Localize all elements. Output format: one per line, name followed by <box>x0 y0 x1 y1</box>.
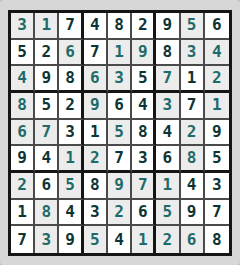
sudoku-cell-r4c8[interactable]: 7 <box>181 93 205 120</box>
sudoku-cell-r7c7[interactable]: 1 <box>156 173 180 200</box>
sudoku-cell-r6c3[interactable]: 1 <box>59 146 83 173</box>
sudoku-cell-r6c2[interactable]: 4 <box>35 146 59 173</box>
sudoku-cell-r5c9[interactable]: 9 <box>205 120 229 147</box>
sudoku-cell-r9c8[interactable]: 6 <box>181 226 205 253</box>
sudoku-cell-r8c2[interactable]: 8 <box>35 200 59 227</box>
sudoku-cell-r9c1[interactable]: 7 <box>11 226 35 253</box>
sudoku-cell-r1c9[interactable]: 6 <box>205 13 229 40</box>
sudoku-cell-r9c5[interactable]: 4 <box>108 226 132 253</box>
sudoku-cell-r8c4[interactable]: 3 <box>84 200 108 227</box>
sudoku-cell-r2c1[interactable]: 5 <box>11 40 35 67</box>
sudoku-cell-r5c8[interactable]: 2 <box>181 120 205 147</box>
sudoku-cell-r6c7[interactable]: 6 <box>156 146 180 173</box>
sudoku-cell-r6c4[interactable]: 2 <box>84 146 108 173</box>
sudoku-cell-r1c3[interactable]: 7 <box>59 13 83 40</box>
sudoku-cell-r3c6[interactable]: 5 <box>132 66 156 93</box>
sudoku-cell-r1c1[interactable]: 3 <box>11 13 35 40</box>
sudoku-cell-r3c8[interactable]: 1 <box>181 66 205 93</box>
sudoku-cell-r6c6[interactable]: 3 <box>132 146 156 173</box>
sudoku-cell-r1c2[interactable]: 1 <box>35 13 59 40</box>
sudoku-cell-r9c3[interactable]: 9 <box>59 226 83 253</box>
sudoku-cell-r1c7[interactable]: 9 <box>156 13 180 40</box>
sudoku-cell-r7c2[interactable]: 6 <box>35 173 59 200</box>
sudoku-cell-r2c8[interactable]: 3 <box>181 40 205 67</box>
sudoku-cell-r1c8[interactable]: 5 <box>181 13 205 40</box>
sudoku-cell-r5c2[interactable]: 7 <box>35 120 59 147</box>
sudoku-cell-r4c2[interactable]: 5 <box>35 93 59 120</box>
sudoku-cell-r5c5[interactable]: 5 <box>108 120 132 147</box>
sudoku-cell-r5c7[interactable]: 4 <box>156 120 180 147</box>
sudoku-cell-r9c9[interactable]: 8 <box>205 226 229 253</box>
sudoku-cell-r6c8[interactable]: 8 <box>181 146 205 173</box>
sudoku-cell-r2c9[interactable]: 4 <box>205 40 229 67</box>
sudoku-cell-r3c3[interactable]: 8 <box>59 66 83 93</box>
sudoku-cell-r6c9[interactable]: 5 <box>205 146 229 173</box>
sudoku-cell-r4c7[interactable]: 3 <box>156 93 180 120</box>
sudoku-cell-r4c1[interactable]: 8 <box>11 93 35 120</box>
sudoku-cell-r8c7[interactable]: 5 <box>156 200 180 227</box>
sudoku-cell-r8c9[interactable]: 7 <box>205 200 229 227</box>
sudoku-cell-r2c6[interactable]: 9 <box>132 40 156 67</box>
sudoku-cell-r4c4[interactable]: 9 <box>84 93 108 120</box>
sudoku-cell-r1c4[interactable]: 4 <box>84 13 108 40</box>
sudoku-cell-r8c1[interactable]: 1 <box>11 200 35 227</box>
sudoku-cell-r4c5[interactable]: 6 <box>108 93 132 120</box>
sudoku-cell-r3c2[interactable]: 9 <box>35 66 59 93</box>
sudoku-cell-r7c9[interactable]: 3 <box>205 173 229 200</box>
sudoku-cell-r6c1[interactable]: 9 <box>11 146 35 173</box>
sudoku-cell-r8c8[interactable]: 9 <box>181 200 205 227</box>
sudoku-cell-r2c3[interactable]: 6 <box>59 40 83 67</box>
sudoku-cell-r2c2[interactable]: 2 <box>35 40 59 67</box>
sudoku-cell-r5c1[interactable]: 6 <box>11 120 35 147</box>
sudoku-cell-r7c3[interactable]: 5 <box>59 173 83 200</box>
sudoku-cell-r2c4[interactable]: 7 <box>84 40 108 67</box>
sudoku-cell-r9c2[interactable]: 3 <box>35 226 59 253</box>
sudoku-cell-r4c9[interactable]: 1 <box>205 93 229 120</box>
sudoku-cell-r4c3[interactable]: 2 <box>59 93 83 120</box>
sudoku-cell-r8c5[interactable]: 2 <box>108 200 132 227</box>
sudoku-cell-r1c5[interactable]: 8 <box>108 13 132 40</box>
sudoku-cell-r8c6[interactable]: 6 <box>132 200 156 227</box>
sudoku-cell-r3c9[interactable]: 2 <box>205 66 229 93</box>
sudoku-cell-r7c6[interactable]: 7 <box>132 173 156 200</box>
sudoku-cell-r5c4[interactable]: 1 <box>84 120 108 147</box>
sudoku-cell-r4c6[interactable]: 4 <box>132 93 156 120</box>
sudoku-cell-r1c6[interactable]: 2 <box>132 13 156 40</box>
sudoku-app: 3174829565267198344986357128529643716731… <box>0 0 240 265</box>
sudoku-cell-r9c7[interactable]: 2 <box>156 226 180 253</box>
sudoku-cell-r7c1[interactable]: 2 <box>11 173 35 200</box>
sudoku-cell-r8c3[interactable]: 4 <box>59 200 83 227</box>
sudoku-cell-r3c5[interactable]: 3 <box>108 66 132 93</box>
sudoku-cell-r5c6[interactable]: 8 <box>132 120 156 147</box>
sudoku-cell-r9c4[interactable]: 5 <box>84 226 108 253</box>
sudoku-cell-r2c5[interactable]: 1 <box>108 40 132 67</box>
sudoku-cell-r7c8[interactable]: 4 <box>181 173 205 200</box>
sudoku-cell-r3c4[interactable]: 6 <box>84 66 108 93</box>
sudoku-board: 3174829565267198344986357128529643716731… <box>8 10 232 256</box>
sudoku-cell-r3c7[interactable]: 7 <box>156 66 180 93</box>
sudoku-cell-r7c5[interactable]: 9 <box>108 173 132 200</box>
sudoku-cell-r6c5[interactable]: 7 <box>108 146 132 173</box>
sudoku-cell-r2c7[interactable]: 8 <box>156 40 180 67</box>
sudoku-cell-r7c4[interactable]: 8 <box>84 173 108 200</box>
sudoku-cell-r9c6[interactable]: 1 <box>132 226 156 253</box>
sudoku-cell-r3c1[interactable]: 4 <box>11 66 35 93</box>
sudoku-cell-r5c3[interactable]: 3 <box>59 120 83 147</box>
